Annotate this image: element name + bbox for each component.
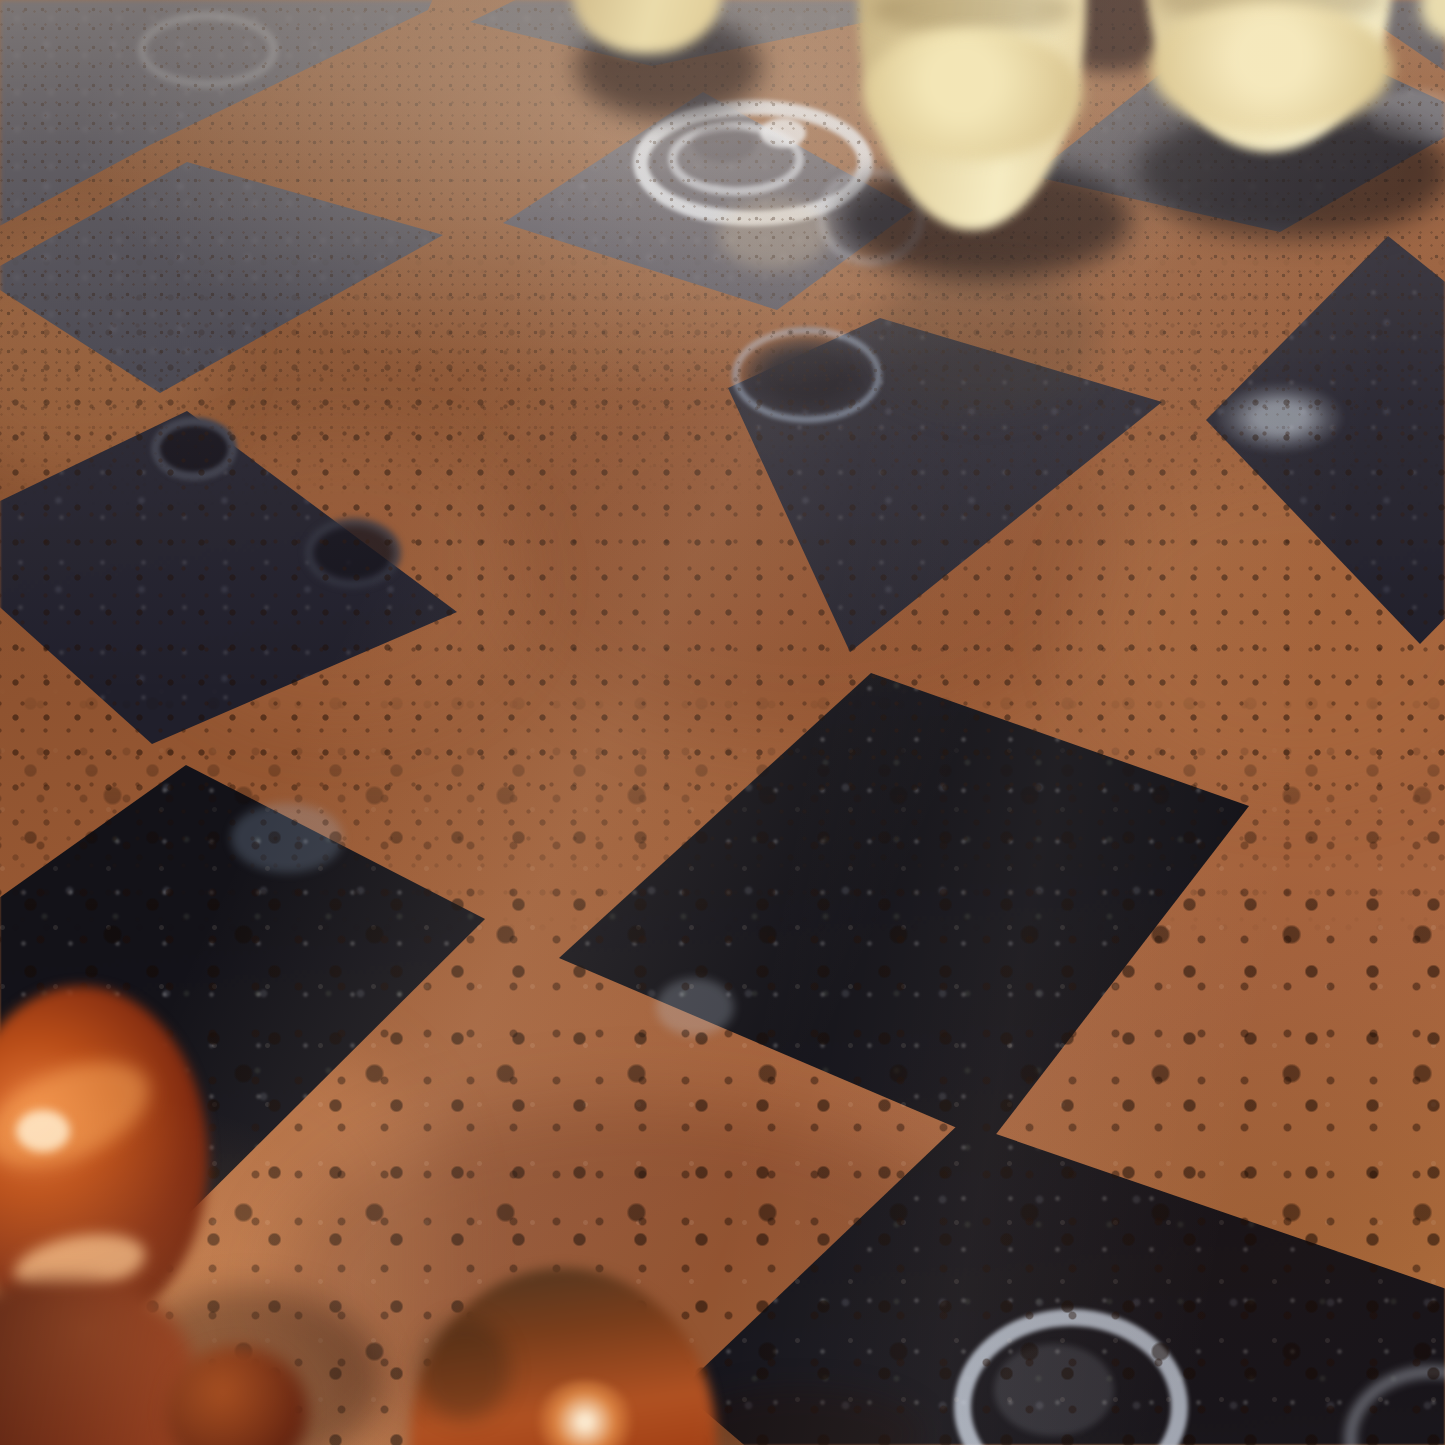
shadow-between-pieces	[1038, 0, 1180, 72]
ring-stain-far-inner	[668, 122, 804, 196]
ring-stain-far-white-blotch	[760, 118, 806, 148]
board-photo	[0, 0, 1445, 1445]
patch-rust-center	[500, 360, 1120, 740]
piece-reflection-on-dark	[718, 198, 830, 270]
layer-marks	[0, 0, 1445, 1445]
patch-light-right	[1080, 460, 1445, 790]
shadow-white-piece-2	[838, 158, 1132, 280]
vignette-bottom-right	[0, 0, 1445, 1445]
square-left-row2	[0, 0, 1445, 1445]
ring-stain-far-second	[817, 168, 925, 266]
white-piece-3-collar	[1150, 2, 1392, 132]
white-stain-right-edge	[1217, 383, 1343, 453]
flower-mark-1	[151, 417, 237, 481]
layer-shadows	[0, 0, 1445, 1445]
sheen-near-right-piece	[1369, 89, 1445, 143]
shadow-red-piece-2	[676, 1388, 924, 1445]
flower-mark-2	[305, 518, 401, 588]
ring-stain-top-left	[138, 12, 278, 88]
speckle-texture-far	[0, 0, 1445, 1445]
red-piece-2-dome	[410, 1268, 716, 1445]
faint-blob-central	[656, 978, 734, 1036]
square-right-edge	[0, 0, 1445, 1445]
diagonal-glare	[0, 0, 1445, 1445]
red-piece-2-shade	[418, 1318, 510, 1420]
patch-sunlit-bottom-left	[0, 1020, 440, 1445]
shadow-white-piece-1	[576, 14, 762, 120]
layer-pieces	[0, 0, 1445, 1445]
ring-stain-far-dark-blotch	[692, 126, 756, 162]
white-piece-2-collar	[864, 28, 1082, 160]
shadow-red-piece-1	[116, 1288, 382, 1445]
red-piece-1-highlight	[0, 1041, 164, 1187]
square-central-large	[0, 0, 1445, 1445]
reflection-white-piece-2	[874, 262, 1098, 412]
square-under-right-piece	[0, 0, 1445, 1445]
layer-speckles	[0, 0, 1445, 1445]
ring-stain-far-outer	[633, 100, 873, 226]
red-piece-1-glint2	[10, 1225, 150, 1303]
layer-patches	[0, 0, 1445, 1445]
blue-smudge-bottom-left	[231, 803, 343, 873]
square-far-top-left	[0, 0, 1445, 1445]
layer-squares	[0, 0, 1445, 1445]
shadow-white-piece-3	[1136, 106, 1445, 238]
speckle-texture-near	[0, 0, 1445, 1445]
patch-dark-rust-near	[280, 1100, 1000, 1445]
red-piece-2-specular	[534, 1380, 636, 1445]
white-piece-1-base	[572, 0, 722, 54]
white-piece-2-body	[858, 0, 1086, 230]
square-top-right-corner	[0, 0, 1445, 1445]
square-mid-right	[0, 0, 1445, 1445]
sun-haze-overlay	[0, 0, 1445, 1445]
white-piece-3-waist	[1156, 0, 1386, 26]
white-piece-4-sliver	[1420, 0, 1445, 40]
red-piece-1-side-blob	[166, 1346, 308, 1445]
square-left-flower-marks	[0, 0, 1445, 1445]
red-piece-1-head	[0, 986, 208, 1332]
ring-stain-bottom-outer	[954, 1309, 1188, 1445]
warm-light-bottom-left	[0, 0, 1445, 1445]
speckle-texture-mid	[0, 0, 1445, 1445]
square-bottom-left	[0, 0, 1445, 1445]
square-ringed-far-center	[0, 0, 1445, 1445]
red-piece-1-glint	[16, 1110, 70, 1152]
dark-blob-halo-mid	[732, 327, 882, 423]
patch-peach-left	[0, 240, 220, 480]
red-piece-1-body	[0, 1280, 198, 1445]
ring-stain-bottom-right	[1344, 1365, 1445, 1445]
square-under-white-pieces	[0, 0, 1445, 1445]
white-piece-3-body	[1146, 0, 1392, 152]
white-piece-2-waist	[872, 0, 1074, 36]
patch-light-mid-left	[150, 430, 530, 730]
square-bottom-right-ringed	[0, 0, 1445, 1445]
lens-glare	[0, 0, 1445, 1445]
sun-spot-glare	[0, 0, 1445, 1445]
ring-stain-bottom-fill	[994, 1344, 1114, 1436]
